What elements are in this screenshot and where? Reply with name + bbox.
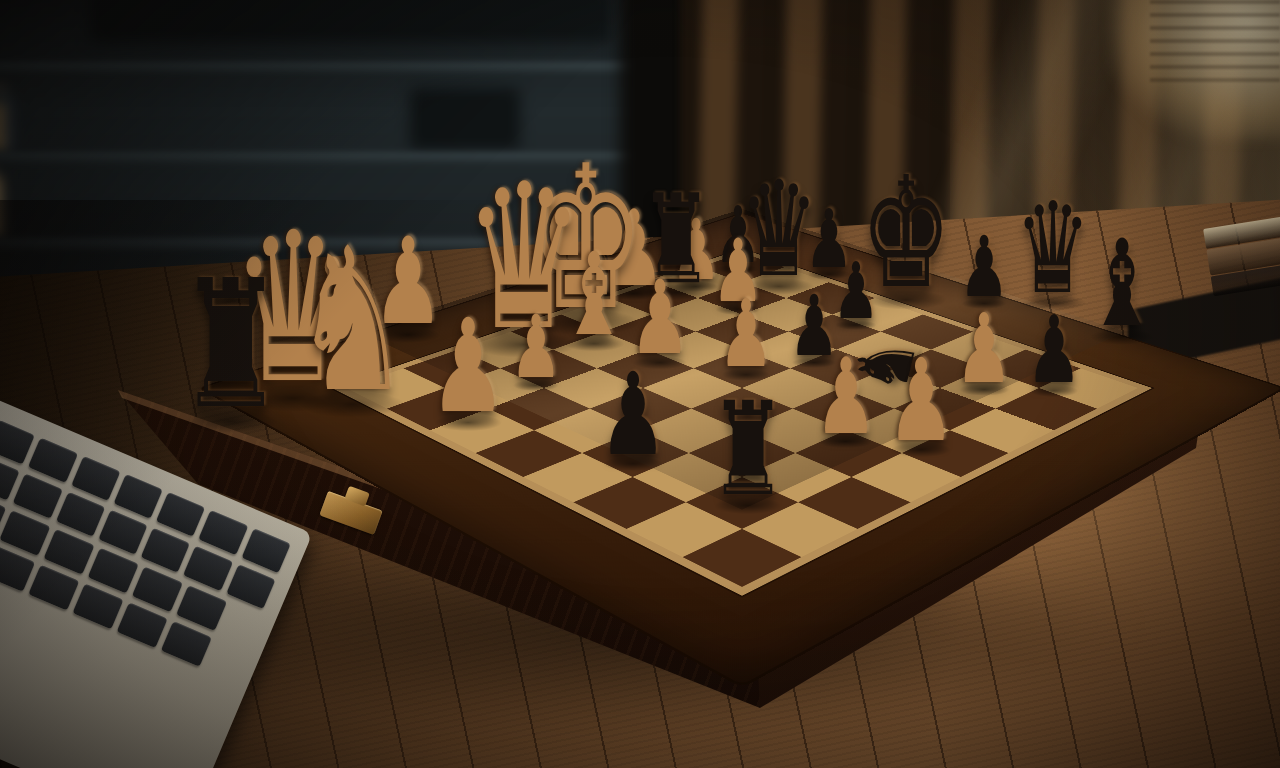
shelf-board <box>0 62 710 74</box>
keyboard-key[interactable] <box>72 584 123 630</box>
piece-black-queen-rim2[interactable]: ♛ <box>1015 186 1090 312</box>
keyboard-key[interactable] <box>132 566 183 612</box>
keyboard-key[interactable] <box>176 585 227 631</box>
keyboard-key[interactable] <box>161 621 212 667</box>
keyboard-key[interactable] <box>0 420 35 465</box>
keyboard-key[interactable] <box>141 528 191 573</box>
keyboard-key[interactable] <box>28 438 78 483</box>
keyboard-key[interactable] <box>0 510 50 556</box>
piece-white-pawn-g7[interactable]: ♟ <box>955 301 1012 397</box>
piece-black-pawn-c5[interactable]: ♟ <box>599 358 667 472</box>
keyboard-key[interactable] <box>43 529 94 575</box>
chess-photo-scene: ♜♛♞♟♚♟♜♛♟♛♝♞♟♟♟♟♟♟♟♟♟♚♟♞♜♟♟♟♟♟♛♝ <box>0 0 1280 768</box>
keyboard-key[interactable] <box>199 510 249 555</box>
keyboard-key[interactable] <box>13 474 63 519</box>
keyboard-key[interactable] <box>28 565 79 611</box>
piece-black-pawn-g4[interactable]: ♟ <box>833 252 880 330</box>
piece-white-pawn-e7[interactable]: ♟ <box>887 344 955 458</box>
book-spine <box>0 103 5 150</box>
piece-white-knight-c1[interactable]: ♞ <box>293 221 411 419</box>
keyboard-key[interactable] <box>56 492 106 537</box>
keyboard-key[interactable] <box>183 546 233 591</box>
keyboard-key[interactable] <box>241 528 291 573</box>
piece-white-pawn-e4[interactable]: ♟ <box>718 288 774 381</box>
keyboard-key[interactable] <box>113 474 163 519</box>
piece-white-pawn-e6[interactable]: ♟ <box>815 345 878 450</box>
keyboard-key[interactable] <box>117 602 168 648</box>
keyboard-key[interactable] <box>98 510 148 555</box>
piece-black-pawn-h7[interactable]: ♟ <box>1026 304 1082 397</box>
keyboard-key[interactable] <box>226 564 276 609</box>
keyboard-key[interactable] <box>156 492 206 537</box>
piece-black-rook-a1[interactable]: ♜ <box>178 256 284 433</box>
piece-white-pawn-b2[interactable]: ♟ <box>429 302 506 431</box>
piece-black-bishop-rim3[interactable]: ♝ <box>1086 224 1158 344</box>
keyboard-key[interactable] <box>88 548 139 594</box>
book-stack <box>1203 216 1280 298</box>
piece-black-rook-d6[interactable]: ♜ <box>709 385 786 514</box>
keyboard-key[interactable] <box>71 456 121 501</box>
shelf-top-objects <box>90 0 610 42</box>
piece-white-pawn-c3[interactable]: ♟ <box>510 304 562 391</box>
